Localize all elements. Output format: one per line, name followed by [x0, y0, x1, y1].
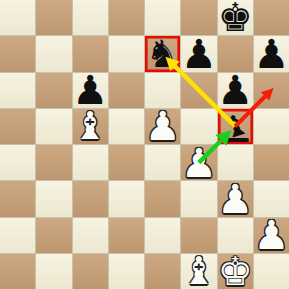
square-h8[interactable] — [254, 0, 289, 35]
square-b4[interactable] — [36, 145, 71, 180]
square-c2[interactable] — [73, 218, 108, 253]
square-f6[interactable] — [181, 73, 216, 108]
square-d3[interactable] — [109, 181, 144, 216]
square-d8[interactable] — [109, 0, 144, 35]
black-pawn-g6[interactable]: ♟ — [218, 73, 253, 108]
square-e3[interactable] — [145, 181, 180, 216]
square-d6[interactable] — [109, 73, 144, 108]
square-b3[interactable] — [36, 181, 71, 216]
square-c3[interactable] — [73, 181, 108, 216]
square-h1[interactable] — [254, 254, 289, 289]
square-d7[interactable] — [109, 36, 144, 71]
square-e2[interactable] — [145, 218, 180, 253]
square-c8[interactable] — [73, 0, 108, 35]
square-b5[interactable] — [36, 109, 71, 144]
square-d5[interactable] — [109, 109, 144, 144]
square-b8[interactable] — [36, 0, 71, 35]
square-a1[interactable] — [0, 254, 35, 289]
white-pawn-g3[interactable]: ♟ — [218, 181, 253, 216]
square-f3[interactable] — [181, 181, 216, 216]
square-f2[interactable] — [181, 218, 216, 253]
square-d1[interactable] — [109, 254, 144, 289]
chess-board: ♚♞♟♟♟♟♝♟♝♟♟♟♝♚ — [0, 0, 289, 289]
black-pawn-h7[interactable]: ♟ — [254, 36, 289, 71]
square-g2[interactable] — [218, 218, 253, 253]
square-a3[interactable] — [0, 181, 35, 216]
white-pawn-e5[interactable]: ♟ — [145, 109, 180, 144]
square-d2[interactable] — [109, 218, 144, 253]
square-b6[interactable] — [36, 73, 71, 108]
white-pawn-h2[interactable]: ♟ — [254, 218, 289, 253]
square-e1[interactable] — [145, 254, 180, 289]
square-a5[interactable] — [0, 109, 35, 144]
square-a8[interactable] — [0, 0, 35, 35]
square-b7[interactable] — [36, 36, 71, 71]
white-bishop-c5[interactable]: ♝ — [73, 109, 108, 144]
square-b2[interactable] — [36, 218, 71, 253]
square-e4[interactable] — [145, 145, 180, 180]
square-a6[interactable] — [0, 73, 35, 108]
square-c1[interactable] — [73, 254, 108, 289]
square-a2[interactable] — [0, 218, 35, 253]
square-h4[interactable] — [254, 145, 289, 180]
square-f8[interactable] — [181, 0, 216, 35]
black-pawn-c6[interactable]: ♟ — [73, 73, 108, 108]
square-e8[interactable] — [145, 0, 180, 35]
white-pawn-f4[interactable]: ♟ — [181, 145, 216, 180]
black-knight-e7[interactable]: ♞ — [145, 36, 180, 71]
white-king-g1[interactable]: ♚ — [218, 254, 253, 289]
square-g4[interactable] — [218, 145, 253, 180]
black-pawn-f7[interactable]: ♟ — [181, 36, 216, 71]
black-bishop-g5-fallen[interactable]: ♝ — [218, 109, 253, 144]
square-f5[interactable] — [181, 109, 216, 144]
square-b1[interactable] — [36, 254, 71, 289]
square-d4[interactable] — [109, 145, 144, 180]
square-a7[interactable] — [0, 36, 35, 71]
square-h5[interactable] — [254, 109, 289, 144]
square-c4[interactable] — [73, 145, 108, 180]
square-h6[interactable] — [254, 73, 289, 108]
black-king-g8[interactable]: ♚ — [218, 0, 253, 35]
square-a4[interactable] — [0, 145, 35, 180]
white-bishop-f1[interactable]: ♝ — [181, 254, 216, 289]
